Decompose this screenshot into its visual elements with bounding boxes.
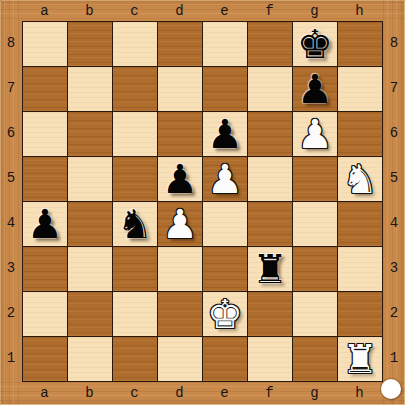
square-a5[interactable] xyxy=(23,157,67,201)
white-king[interactable]: ♚ xyxy=(207,292,243,336)
square-a3[interactable] xyxy=(23,247,67,291)
square-d5[interactable]: ♟ xyxy=(158,157,202,201)
white-pawn[interactable]: ♟ xyxy=(162,202,198,246)
square-e3[interactable] xyxy=(203,247,247,291)
square-a2[interactable] xyxy=(23,292,67,336)
square-d8[interactable] xyxy=(158,22,202,66)
board-frame: ♚♟♟♟♟♟♞♟♞♟♜♚♜ aabbccddeeffgghh8877665544… xyxy=(0,0,405,405)
square-b6[interactable] xyxy=(68,112,112,156)
square-f5[interactable] xyxy=(248,157,292,201)
square-h7[interactable] xyxy=(338,67,382,111)
square-a1[interactable] xyxy=(23,337,67,381)
square-c7[interactable] xyxy=(113,67,157,111)
square-h3[interactable] xyxy=(338,247,382,291)
square-f7[interactable] xyxy=(248,67,292,111)
chess-board: ♚♟♟♟♟♟♞♟♞♟♜♚♜ xyxy=(22,21,383,382)
square-f3[interactable]: ♜ xyxy=(248,247,292,291)
square-g5[interactable] xyxy=(293,157,337,201)
square-d7[interactable] xyxy=(158,67,202,111)
square-c4[interactable]: ♞ xyxy=(113,202,157,246)
square-g2[interactable] xyxy=(293,292,337,336)
square-h8[interactable] xyxy=(338,22,382,66)
black-pawn[interactable]: ♟ xyxy=(162,157,198,201)
square-b4[interactable] xyxy=(68,202,112,246)
square-b1[interactable] xyxy=(68,337,112,381)
square-h1[interactable]: ♜ xyxy=(338,337,382,381)
square-b8[interactable] xyxy=(68,22,112,66)
square-g4[interactable] xyxy=(293,202,337,246)
square-g1[interactable] xyxy=(293,337,337,381)
square-c8[interactable] xyxy=(113,22,157,66)
square-d1[interactable] xyxy=(158,337,202,381)
white-rook[interactable]: ♜ xyxy=(342,337,378,381)
square-c5[interactable] xyxy=(113,157,157,201)
square-e1[interactable] xyxy=(203,337,247,381)
square-g3[interactable] xyxy=(293,247,337,291)
square-a7[interactable] xyxy=(23,67,67,111)
square-c1[interactable] xyxy=(113,337,157,381)
frame-strip-right xyxy=(383,0,405,405)
square-f2[interactable] xyxy=(248,292,292,336)
black-knight[interactable]: ♞ xyxy=(117,202,153,246)
square-d6[interactable] xyxy=(158,112,202,156)
square-h5[interactable]: ♞ xyxy=(338,157,382,201)
square-g6[interactable]: ♟ xyxy=(293,112,337,156)
white-to-move-indicator xyxy=(381,379,401,399)
square-h6[interactable] xyxy=(338,112,382,156)
black-pawn[interactable]: ♟ xyxy=(207,112,243,156)
square-e5[interactable]: ♟ xyxy=(203,157,247,201)
square-f6[interactable] xyxy=(248,112,292,156)
frame-strip-left xyxy=(0,0,22,405)
square-d3[interactable] xyxy=(158,247,202,291)
square-b3[interactable] xyxy=(68,247,112,291)
frame-strip-top xyxy=(0,0,405,21)
square-g8[interactable]: ♚ xyxy=(293,22,337,66)
square-c3[interactable] xyxy=(113,247,157,291)
square-h4[interactable] xyxy=(338,202,382,246)
square-e2[interactable]: ♚ xyxy=(203,292,247,336)
square-b2[interactable] xyxy=(68,292,112,336)
square-h2[interactable] xyxy=(338,292,382,336)
black-pawn[interactable]: ♟ xyxy=(297,67,333,111)
square-d2[interactable] xyxy=(158,292,202,336)
white-pawn[interactable]: ♟ xyxy=(297,112,333,156)
square-a6[interactable] xyxy=(23,112,67,156)
square-b7[interactable] xyxy=(68,67,112,111)
black-king[interactable]: ♚ xyxy=(297,22,333,66)
square-e4[interactable] xyxy=(203,202,247,246)
square-c6[interactable] xyxy=(113,112,157,156)
white-knight[interactable]: ♞ xyxy=(342,157,378,201)
square-g7[interactable]: ♟ xyxy=(293,67,337,111)
square-f1[interactable] xyxy=(248,337,292,381)
square-b5[interactable] xyxy=(68,157,112,201)
square-e6[interactable]: ♟ xyxy=(203,112,247,156)
square-e7[interactable] xyxy=(203,67,247,111)
square-c2[interactable] xyxy=(113,292,157,336)
square-d4[interactable]: ♟ xyxy=(158,202,202,246)
square-a4[interactable]: ♟ xyxy=(23,202,67,246)
frame-strip-bottom xyxy=(0,382,405,405)
black-rook[interactable]: ♜ xyxy=(252,247,288,291)
square-f4[interactable] xyxy=(248,202,292,246)
black-pawn[interactable]: ♟ xyxy=(27,202,63,246)
white-pawn[interactable]: ♟ xyxy=(207,157,243,201)
square-e8[interactable] xyxy=(203,22,247,66)
square-f8[interactable] xyxy=(248,22,292,66)
square-a8[interactable] xyxy=(23,22,67,66)
